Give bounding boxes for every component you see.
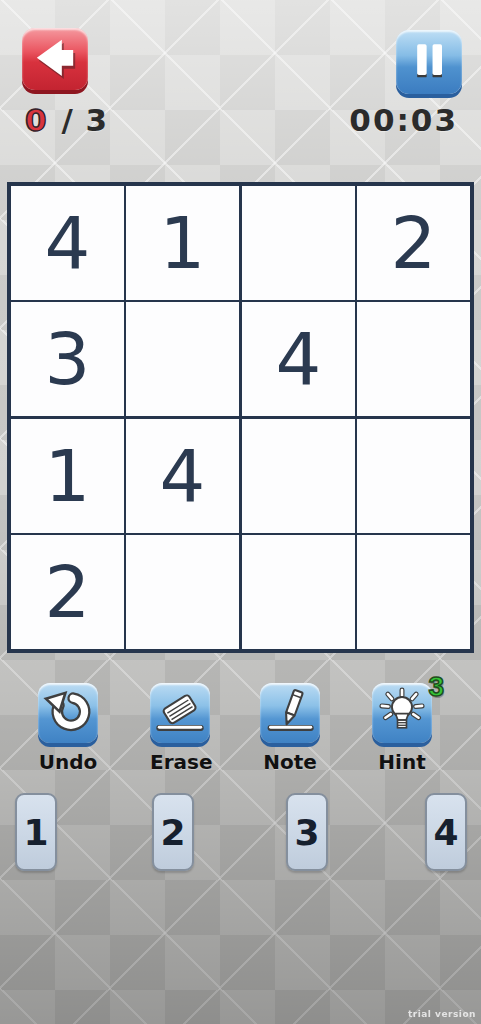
note-tool: Note: [260, 683, 320, 774]
pause-icon: [402, 36, 456, 88]
box-top-left: 4 1 3: [11, 186, 239, 416]
mistakes-separator: /: [61, 102, 73, 138]
back-button[interactable]: [22, 28, 88, 90]
cell-r1c0[interactable]: 3: [11, 302, 124, 416]
cell-r2c1[interactable]: 4: [126, 419, 239, 533]
eraser-icon: [154, 687, 206, 739]
back-arrow-icon: [28, 34, 82, 84]
numkey-1[interactable]: 1: [15, 793, 57, 871]
undo-icon: [42, 687, 94, 739]
note-button[interactable]: [260, 683, 320, 743]
box-bottom-left: 1 4 2: [11, 419, 239, 649]
cell-r1c2[interactable]: 4: [242, 302, 355, 416]
box-top-right: 2 4: [242, 186, 470, 416]
numkey-2[interactable]: 2: [152, 793, 194, 871]
numkey-4[interactable]: 4: [425, 793, 467, 871]
undo-label: Undo: [38, 750, 98, 774]
cell-r3c1[interactable]: [126, 535, 239, 649]
erase-tool: Erase: [150, 683, 210, 774]
undo-tool: Undo: [38, 683, 98, 774]
lightbulb-icon: [376, 687, 428, 739]
numkey-3[interactable]: 3: [286, 793, 328, 871]
hint-tool: 3 Hint: [372, 683, 432, 774]
pencil-icon: [264, 687, 316, 739]
note-label: Note: [260, 750, 320, 774]
erase-button[interactable]: [150, 683, 210, 743]
undo-button[interactable]: [38, 683, 98, 743]
cell-r3c0[interactable]: 2: [11, 535, 124, 649]
cell-r0c1[interactable]: 1: [126, 186, 239, 300]
hint-label: Hint: [372, 750, 432, 774]
cell-r2c3[interactable]: [357, 419, 470, 533]
trial-version-watermark: trial version: [408, 1009, 476, 1019]
cell-r2c0[interactable]: 1: [11, 419, 124, 533]
cell-r1c1[interactable]: [126, 302, 239, 416]
hint-button[interactable]: 3: [372, 683, 432, 743]
timer: 00:03: [349, 102, 458, 138]
pause-button[interactable]: [396, 30, 462, 94]
mistakes-max: 3: [86, 102, 109, 138]
game-screen: 0 / 3 00:03 4 1 3 2 4 1: [0, 0, 481, 1024]
box-bottom-right: [242, 419, 470, 649]
cell-r3c3[interactable]: [357, 535, 470, 649]
cell-r1c3[interactable]: [357, 302, 470, 416]
mistake-counter: 0 / 3: [25, 102, 108, 138]
cell-r0c2[interactable]: [242, 186, 355, 300]
hint-count-badge: 3: [428, 673, 444, 701]
cell-r2c2[interactable]: [242, 419, 355, 533]
cell-r0c3[interactable]: 2: [357, 186, 470, 300]
sudoku-board: 4 1 3 2 4 1 4 2: [7, 182, 474, 653]
cell-r3c2[interactable]: [242, 535, 355, 649]
mistakes-current: 0: [25, 102, 50, 138]
erase-label: Erase: [150, 750, 210, 774]
cell-r0c0[interactable]: 4: [11, 186, 124, 300]
